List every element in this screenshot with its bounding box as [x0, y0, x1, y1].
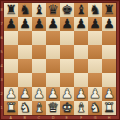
rank-label-text: 5 — [1, 50, 3, 54]
square-c1[interactable]: ♝ — [32, 101, 46, 115]
white-knight-piece[interactable]: ♞ — [89, 101, 101, 115]
rank-label-text: 7 — [1, 22, 3, 26]
square-e5[interactable] — [60, 45, 74, 59]
white-pawn-piece[interactable]: ♟ — [47, 87, 59, 101]
file-label-text: A — [10, 116, 12, 120]
black-pawn-piece[interactable]: ♟ — [33, 17, 45, 31]
black-bishop-piece[interactable]: ♝ — [33, 3, 45, 17]
white-king-piece[interactable]: ♚ — [61, 101, 73, 115]
black-knight-piece[interactable]: ♞ — [19, 3, 31, 17]
square-c5[interactable] — [32, 45, 46, 59]
square-g4[interactable] — [88, 59, 102, 73]
file-label-text: F — [80, 116, 82, 120]
square-e4[interactable] — [60, 59, 74, 73]
black-pawn-piece[interactable]: ♟ — [75, 17, 87, 31]
white-pawn-piece[interactable]: ♟ — [103, 87, 115, 101]
black-queen-piece[interactable]: ♛ — [47, 3, 59, 17]
square-a7[interactable]: ♟ — [4, 17, 18, 31]
file-label-text: C — [38, 116, 41, 120]
file-label-f: F — [74, 115, 88, 120]
square-h7[interactable]: ♟ — [102, 17, 116, 31]
rank-label-text: 1 — [1, 106, 3, 110]
file-label-text: D — [52, 116, 55, 120]
rank-label-text: 4 — [1, 64, 3, 68]
white-pawn-piece[interactable]: ♟ — [19, 87, 31, 101]
square-d4[interactable] — [46, 59, 60, 73]
square-c7[interactable]: ♟ — [32, 17, 46, 31]
square-b5[interactable] — [18, 45, 32, 59]
white-queen-piece[interactable]: ♛ — [47, 101, 59, 115]
square-c6[interactable] — [32, 31, 46, 45]
chess-app: 87654321 ♜♞♝♛♚♝♞♜♟♟♟♟♟♟♟♟♟♟♟♟♟♟♟♟♜♞♝♛♚♝♞… — [0, 0, 120, 120]
square-d1[interactable]: ♛ — [46, 101, 60, 115]
white-pawn-piece[interactable]: ♟ — [5, 87, 17, 101]
black-pawn-piece[interactable]: ♟ — [103, 17, 115, 31]
square-d5[interactable] — [46, 45, 60, 59]
square-f5[interactable] — [74, 45, 88, 59]
square-b1[interactable]: ♞ — [18, 101, 32, 115]
white-bishop-piece[interactable]: ♝ — [33, 101, 45, 115]
square-a4[interactable] — [4, 59, 18, 73]
square-a5[interactable] — [4, 45, 18, 59]
square-b7[interactable]: ♟ — [18, 17, 32, 31]
black-pawn-piece[interactable]: ♟ — [47, 17, 59, 31]
white-rook-piece[interactable]: ♜ — [103, 101, 115, 115]
square-g6[interactable] — [88, 31, 102, 45]
square-d7[interactable]: ♟ — [46, 17, 60, 31]
black-rook-piece[interactable]: ♜ — [5, 3, 17, 17]
square-b6[interactable] — [18, 31, 32, 45]
rank-label-text: 2 — [1, 92, 3, 96]
rank-label-text: 3 — [1, 78, 3, 82]
black-pawn-piece[interactable]: ♟ — [61, 17, 73, 31]
square-h4[interactable] — [102, 59, 116, 73]
square-a6[interactable] — [4, 31, 18, 45]
square-e1[interactable]: ♚ — [60, 101, 74, 115]
black-rook-piece[interactable]: ♜ — [103, 3, 115, 17]
file-label-d: D — [46, 115, 60, 120]
square-c4[interactable] — [32, 59, 46, 73]
black-bishop-piece[interactable]: ♝ — [75, 3, 87, 17]
square-f1[interactable]: ♝ — [74, 101, 88, 115]
black-pawn-piece[interactable]: ♟ — [5, 17, 17, 31]
white-pawn-piece[interactable]: ♟ — [33, 87, 45, 101]
file-label-text: B — [24, 116, 26, 120]
square-g7[interactable]: ♟ — [88, 17, 102, 31]
black-pawn-piece[interactable]: ♟ — [89, 17, 101, 31]
file-label-c: C — [32, 115, 46, 120]
rank-label-text: 6 — [1, 36, 3, 40]
file-labels: ABCDEFGH — [4, 115, 116, 120]
square-f6[interactable] — [74, 31, 88, 45]
file-label-e: E — [60, 115, 74, 120]
square-h5[interactable] — [102, 45, 116, 59]
white-rook-piece[interactable]: ♜ — [5, 101, 17, 115]
black-knight-piece[interactable]: ♞ — [89, 3, 101, 17]
rank-label-text: 8 — [1, 8, 3, 12]
square-h6[interactable] — [102, 31, 116, 45]
square-b4[interactable] — [18, 59, 32, 73]
white-pawn-piece[interactable]: ♟ — [89, 87, 101, 101]
square-g1[interactable]: ♞ — [88, 101, 102, 115]
file-label-h: H — [102, 115, 116, 120]
file-label-text: H — [108, 116, 111, 120]
white-pawn-piece[interactable]: ♟ — [75, 87, 87, 101]
chess-board: ♜♞♝♛♚♝♞♜♟♟♟♟♟♟♟♟♟♟♟♟♟♟♟♟♜♞♝♛♚♝♞♜ — [4, 3, 116, 115]
black-pawn-piece[interactable]: ♟ — [19, 17, 31, 31]
square-f4[interactable] — [74, 59, 88, 73]
file-label-b: B — [18, 115, 32, 120]
file-label-text: G — [94, 116, 97, 120]
white-bishop-piece[interactable]: ♝ — [75, 101, 87, 115]
square-h1[interactable]: ♜ — [102, 101, 116, 115]
square-e6[interactable] — [60, 31, 74, 45]
square-e7[interactable]: ♟ — [60, 17, 74, 31]
square-g5[interactable] — [88, 45, 102, 59]
square-a1[interactable]: ♜ — [4, 101, 18, 115]
black-king-piece[interactable]: ♚ — [61, 3, 73, 17]
file-label-a: A — [4, 115, 18, 120]
white-knight-piece[interactable]: ♞ — [19, 101, 31, 115]
file-label-text: E — [66, 116, 68, 120]
square-f7[interactable]: ♟ — [74, 17, 88, 31]
square-d6[interactable] — [46, 31, 60, 45]
file-label-g: G — [88, 115, 102, 120]
white-pawn-piece[interactable]: ♟ — [61, 87, 73, 101]
